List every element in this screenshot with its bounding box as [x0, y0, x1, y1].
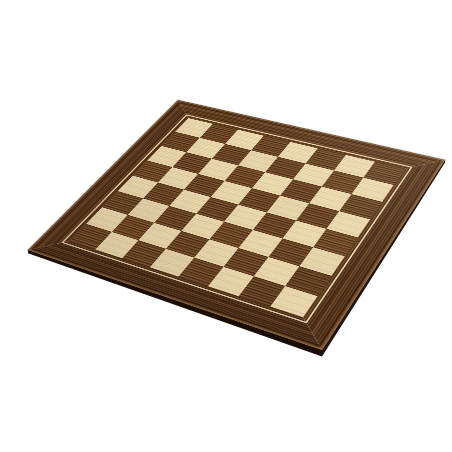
- product-photo-scene: [0, 0, 452, 452]
